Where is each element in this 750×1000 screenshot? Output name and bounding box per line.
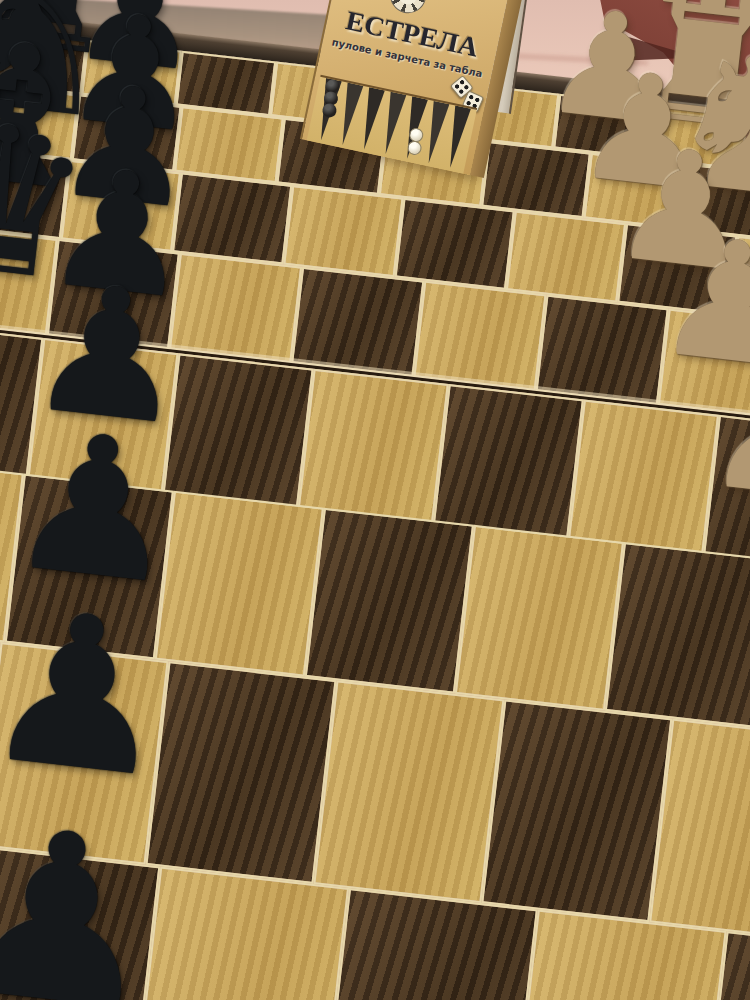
board-square	[395, 198, 515, 290]
board-square	[313, 680, 504, 903]
board-square	[605, 542, 750, 728]
board-square	[291, 267, 424, 377]
board-square	[305, 508, 474, 694]
black-pawn-piece[interactable]: ♟	[0, 579, 185, 809]
board-square	[568, 399, 719, 553]
board-square	[481, 699, 672, 922]
board-square	[433, 384, 584, 538]
board-square	[413, 281, 546, 391]
black-pawn-piece[interactable]: ♟	[0, 792, 176, 1000]
photo-scene: ♜♞♝♛♟♟♟♟♟♟♟♟♟♟♟♟♟♟♜♞♝ ЕСТРЕЛА пулове и з…	[0, 0, 750, 1000]
board-square	[283, 185, 403, 277]
board-square	[455, 525, 624, 711]
board-square	[298, 369, 449, 523]
